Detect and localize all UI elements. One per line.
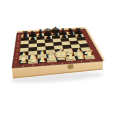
piece-black-pawn-d7: ♟ [45,32,51,41]
scene-svg: abcdefgh87654321 ♜♞♝♛♚♝♞♜♟♟♟♟♟♟♟♟♟♟♟♟♟♟♟… [0,0,116,116]
piece-black-pawn-h7: ♟ [76,30,82,39]
square-a5 [20,44,29,48]
piece-black-pawn-b7: ♟ [30,33,36,42]
chess-set-product-photo: abcdefgh87654321 ♜♞♝♛♚♝♞♜♟♟♟♟♟♟♟♟♟♟♟♟♟♟♟… [0,0,116,116]
clasp [68,65,74,69]
square-f5 [61,41,70,45]
piece-white-rook-h1: ♜ [85,48,95,60]
piece-black-pawn-f7: ♟ [61,31,67,40]
square-c5 [37,43,46,47]
piece-black-pawn-c7: ♟ [37,32,43,41]
piece-black-pawn-e7: ♟ [53,31,59,40]
square-h5 [78,40,88,44]
piece-black-pawn-a7: ♟ [22,33,28,42]
square-d5 [45,42,54,46]
square-g5 [70,41,80,45]
piece-black-pawn-g7: ♟ [68,30,74,39]
square-b5 [29,43,37,47]
